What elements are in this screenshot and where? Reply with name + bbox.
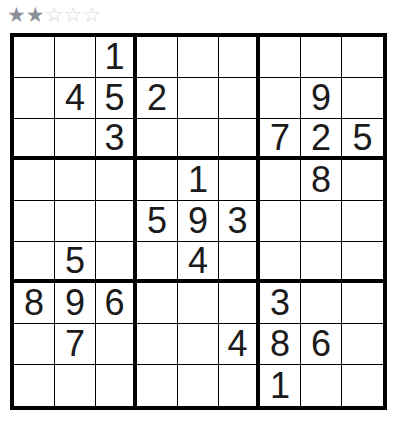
cell-r4c6-empty[interactable] (219, 160, 260, 201)
cell-r4c1-empty[interactable] (14, 160, 55, 201)
cell-r1c9-empty[interactable] (342, 37, 383, 78)
cell-r5c9-empty[interactable] (342, 201, 383, 242)
cell-r1c8-empty[interactable] (301, 37, 342, 78)
cell-r6c9-empty[interactable] (342, 242, 383, 283)
cell-r2c9-empty[interactable] (342, 78, 383, 119)
cell-r9c2-empty[interactable] (55, 365, 96, 406)
star-filled-icon: ★ (7, 1, 26, 29)
cell-r2c3-given-5[interactable]: 5 (96, 78, 137, 119)
cell-r6c1-empty[interactable] (14, 242, 55, 283)
cell-r4c5-given-1[interactable]: 1 (178, 160, 219, 201)
cell-r6c6-empty[interactable] (219, 242, 260, 283)
star-empty-icon: ☆ (82, 1, 101, 29)
cell-r9c7-given-1[interactable]: 1 (260, 365, 301, 406)
cell-r3c6-empty[interactable] (219, 119, 260, 160)
cell-r1c1-empty[interactable] (14, 37, 55, 78)
cell-r7c1-given-8[interactable]: 8 (14, 283, 55, 324)
cell-r8c5-empty[interactable] (178, 324, 219, 365)
star-empty-icon: ☆ (63, 1, 82, 29)
cell-r8c3-empty[interactable] (96, 324, 137, 365)
cell-r5c8-empty[interactable] (301, 201, 342, 242)
cell-r5c3-empty[interactable] (96, 201, 137, 242)
cell-r9c9-empty[interactable] (342, 365, 383, 406)
cell-r9c5-empty[interactable] (178, 365, 219, 406)
cell-r6c7-empty[interactable] (260, 242, 301, 283)
cell-r8c4-empty[interactable] (137, 324, 178, 365)
cell-r8c8-given-6[interactable]: 6 (301, 324, 342, 365)
cell-r3c1-empty[interactable] (14, 119, 55, 160)
cell-r1c6-empty[interactable] (219, 37, 260, 78)
cell-r9c3-empty[interactable] (96, 365, 137, 406)
cell-r1c5-empty[interactable] (178, 37, 219, 78)
cell-r2c6-empty[interactable] (219, 78, 260, 119)
cell-r3c8-given-2[interactable]: 2 (301, 119, 342, 160)
cell-r5c1-empty[interactable] (14, 201, 55, 242)
cell-r9c4-empty[interactable] (137, 365, 178, 406)
cell-r4c3-empty[interactable] (96, 160, 137, 201)
cell-r4c4-empty[interactable] (137, 160, 178, 201)
cell-r7c9-empty[interactable] (342, 283, 383, 324)
cell-r9c1-empty[interactable] (14, 365, 55, 406)
cell-r6c2-given-5[interactable]: 5 (55, 242, 96, 283)
star-empty-icon: ☆ (45, 1, 64, 29)
cell-r1c3-given-1[interactable]: 1 (96, 37, 137, 78)
cell-r9c8-empty[interactable] (301, 365, 342, 406)
cell-r7c2-given-9[interactable]: 9 (55, 283, 96, 324)
cell-r8c1-empty[interactable] (14, 324, 55, 365)
cell-r5c4-given-5[interactable]: 5 (137, 201, 178, 242)
cell-r7c6-empty[interactable] (219, 283, 260, 324)
cell-r7c3-given-6[interactable]: 6 (96, 283, 137, 324)
cell-r6c3-empty[interactable] (96, 242, 137, 283)
cell-r2c7-empty[interactable] (260, 78, 301, 119)
cell-r1c4-empty[interactable] (137, 37, 178, 78)
cell-r4c2-empty[interactable] (55, 160, 96, 201)
cell-r3c5-empty[interactable] (178, 119, 219, 160)
cell-r3c4-empty[interactable] (137, 119, 178, 160)
cell-r3c3-given-3[interactable]: 3 (96, 119, 137, 160)
cell-r8c6-given-4[interactable]: 4 (219, 324, 260, 365)
cell-r2c5-empty[interactable] (178, 78, 219, 119)
cell-r2c4-given-2[interactable]: 2 (137, 78, 178, 119)
cell-r4c8-given-8[interactable]: 8 (301, 160, 342, 201)
cell-r7c4-empty[interactable] (137, 283, 178, 324)
cell-r8c9-empty[interactable] (342, 324, 383, 365)
cell-r3c9-given-5[interactable]: 5 (342, 119, 383, 160)
cell-r6c5-given-4[interactable]: 4 (178, 242, 219, 283)
cell-r5c2-empty[interactable] (55, 201, 96, 242)
cell-r3c2-empty[interactable] (55, 119, 96, 160)
cell-r5c7-empty[interactable] (260, 201, 301, 242)
cell-r8c2-given-7[interactable]: 7 (55, 324, 96, 365)
cell-r2c2-given-4[interactable]: 4 (55, 78, 96, 119)
cell-r6c4-empty[interactable] (137, 242, 178, 283)
cell-r9c6-empty[interactable] (219, 365, 260, 406)
cell-r8c7-given-8[interactable]: 8 (260, 324, 301, 365)
cell-r7c8-empty[interactable] (301, 283, 342, 324)
cell-r6c8-empty[interactable] (301, 242, 342, 283)
cell-r1c7-empty[interactable] (260, 37, 301, 78)
cell-r2c1-empty[interactable] (14, 78, 55, 119)
cell-r7c7-given-3[interactable]: 3 (260, 283, 301, 324)
cell-r4c9-empty[interactable] (342, 160, 383, 201)
cell-r5c5-given-9[interactable]: 9 (178, 201, 219, 242)
star-filled-icon: ★ (26, 1, 45, 29)
cell-r1c2-empty[interactable] (55, 37, 96, 78)
cell-r4c7-empty[interactable] (260, 160, 301, 201)
cell-r3c7-given-7[interactable]: 7 (260, 119, 301, 160)
difficulty-rating: ★★☆☆☆ (7, 1, 101, 29)
sudoku-board: 1452937251859354896374861 (10, 33, 387, 410)
cell-r2c8-given-9[interactable]: 9 (301, 78, 342, 119)
cell-r7c5-empty[interactable] (178, 283, 219, 324)
cell-r5c6-given-3[interactable]: 3 (219, 201, 260, 242)
